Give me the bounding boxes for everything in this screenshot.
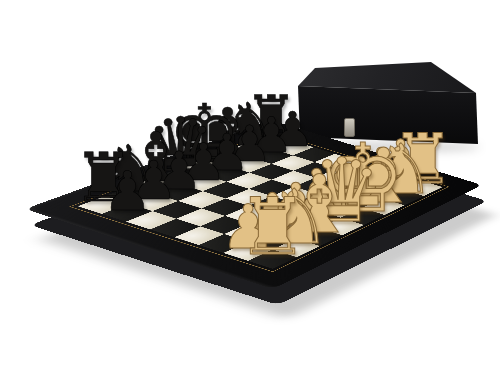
product-photo-scene: ♜♞♝♛♚♝♞♜♟♟♟♟♟♟♟♟♟♟♟♟♟♟♟♟♜♞♝♛♚♝♞♜ bbox=[0, 0, 500, 375]
chess-board bbox=[0, 0, 300, 300]
box-clasp-icon bbox=[344, 118, 355, 137]
